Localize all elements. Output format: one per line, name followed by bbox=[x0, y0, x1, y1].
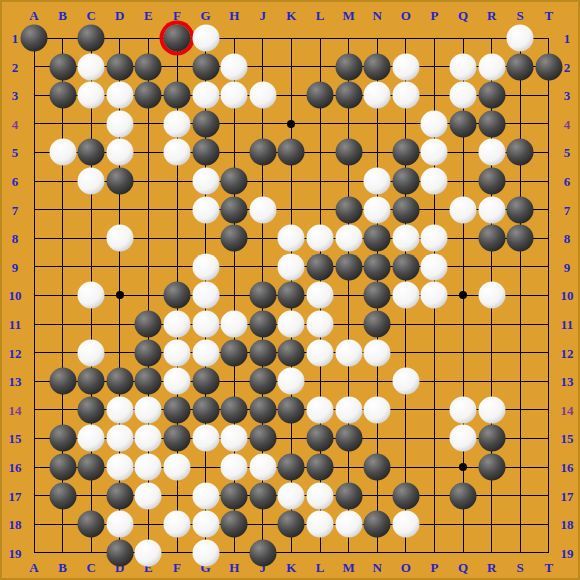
white-stone-P4[interactable] bbox=[421, 110, 448, 137]
black-stone-N10[interactable] bbox=[364, 282, 391, 309]
black-stone-H14[interactable] bbox=[221, 396, 248, 423]
white-stone-L10[interactable] bbox=[307, 282, 334, 309]
black-stone-E11[interactable] bbox=[135, 311, 162, 338]
white-stone-N14[interactable] bbox=[364, 396, 391, 423]
column-label-top-F: F bbox=[173, 9, 181, 22]
column-label-bottom-F: F bbox=[173, 561, 181, 574]
white-stone-P5[interactable] bbox=[421, 139, 448, 166]
white-stone-G6[interactable] bbox=[192, 168, 219, 195]
column-label-top-T: T bbox=[544, 9, 553, 22]
white-stone-G15[interactable] bbox=[192, 425, 219, 452]
black-stone-B2[interactable] bbox=[49, 53, 76, 80]
column-label-top-Q: Q bbox=[458, 9, 468, 22]
white-stone-H2[interactable] bbox=[221, 53, 248, 80]
black-stone-S8[interactable] bbox=[507, 225, 534, 252]
white-stone-J7[interactable] bbox=[249, 196, 276, 223]
white-stone-E19[interactable] bbox=[135, 539, 162, 566]
row-label-left-3: 3 bbox=[12, 89, 19, 102]
white-stone-K17[interactable] bbox=[278, 482, 305, 509]
white-stone-K11[interactable] bbox=[278, 311, 305, 338]
white-stone-O3[interactable] bbox=[392, 82, 419, 109]
white-stone-K9[interactable] bbox=[278, 253, 305, 280]
row-label-right-13: 13 bbox=[561, 375, 574, 388]
white-stone-G18[interactable] bbox=[192, 511, 219, 538]
white-stone-Q2[interactable] bbox=[450, 53, 477, 80]
black-stone-J12[interactable] bbox=[249, 339, 276, 366]
black-stone-R8[interactable] bbox=[478, 225, 505, 252]
row-label-left-1: 1 bbox=[12, 32, 19, 45]
black-stone-R4[interactable] bbox=[478, 110, 505, 137]
black-stone-B3[interactable] bbox=[49, 82, 76, 109]
white-stone-D14[interactable] bbox=[106, 396, 133, 423]
white-stone-B5[interactable] bbox=[49, 139, 76, 166]
black-stone-J14[interactable] bbox=[249, 396, 276, 423]
white-stone-D15[interactable] bbox=[106, 425, 133, 452]
white-stone-H11[interactable] bbox=[221, 311, 248, 338]
grid-line-vertical bbox=[520, 38, 521, 554]
star-point-Q10 bbox=[459, 291, 467, 299]
black-stone-N2[interactable] bbox=[364, 53, 391, 80]
black-stone-S5[interactable] bbox=[507, 139, 534, 166]
white-stone-G3[interactable] bbox=[192, 82, 219, 109]
white-stone-L14[interactable] bbox=[307, 396, 334, 423]
black-stone-Q17[interactable] bbox=[450, 482, 477, 509]
row-label-right-2: 2 bbox=[564, 60, 571, 73]
black-stone-M7[interactable] bbox=[335, 196, 362, 223]
black-stone-C16[interactable] bbox=[78, 454, 105, 481]
black-stone-M15[interactable] bbox=[335, 425, 362, 452]
black-stone-N8[interactable] bbox=[364, 225, 391, 252]
white-stone-F5[interactable] bbox=[164, 139, 191, 166]
row-label-right-8: 8 bbox=[564, 232, 571, 245]
column-label-top-L: L bbox=[316, 9, 325, 22]
row-label-left-8: 8 bbox=[12, 232, 19, 245]
column-label-top-D: D bbox=[115, 9, 124, 22]
black-stone-D17[interactable] bbox=[106, 482, 133, 509]
black-stone-M5[interactable] bbox=[335, 139, 362, 166]
black-stone-M17[interactable] bbox=[335, 482, 362, 509]
white-stone-F12[interactable] bbox=[164, 339, 191, 366]
white-stone-R14[interactable] bbox=[478, 396, 505, 423]
white-stone-L18[interactable] bbox=[307, 511, 334, 538]
white-stone-L8[interactable] bbox=[307, 225, 334, 252]
white-stone-Q15[interactable] bbox=[450, 425, 477, 452]
white-stone-N3[interactable] bbox=[364, 82, 391, 109]
row-label-left-6: 6 bbox=[12, 175, 19, 188]
black-stone-G14[interactable] bbox=[192, 396, 219, 423]
column-label-bottom-P: P bbox=[430, 561, 438, 574]
white-stone-P10[interactable] bbox=[421, 282, 448, 309]
black-stone-F3[interactable] bbox=[164, 82, 191, 109]
white-stone-Q7[interactable] bbox=[450, 196, 477, 223]
row-label-left-9: 9 bbox=[12, 260, 19, 273]
star-point-D10 bbox=[116, 291, 124, 299]
white-stone-Q3[interactable] bbox=[450, 82, 477, 109]
white-stone-D4[interactable] bbox=[106, 110, 133, 137]
black-stone-K12[interactable] bbox=[278, 339, 305, 366]
white-stone-D18[interactable] bbox=[106, 511, 133, 538]
row-label-right-6: 6 bbox=[564, 175, 571, 188]
white-stone-P9[interactable] bbox=[421, 253, 448, 280]
black-stone-O5[interactable] bbox=[392, 139, 419, 166]
white-stone-G7[interactable] bbox=[192, 196, 219, 223]
black-stone-K10[interactable] bbox=[278, 282, 305, 309]
black-stone-H18[interactable] bbox=[221, 511, 248, 538]
black-stone-H12[interactable] bbox=[221, 339, 248, 366]
black-stone-K16[interactable] bbox=[278, 454, 305, 481]
star-point-Q16 bbox=[459, 463, 467, 471]
column-label-top-H: H bbox=[229, 9, 239, 22]
row-label-left-19: 19 bbox=[9, 546, 22, 559]
column-label-top-R: R bbox=[487, 9, 496, 22]
black-stone-B15[interactable] bbox=[49, 425, 76, 452]
grid-line-vertical bbox=[348, 38, 349, 554]
column-label-bottom-T: T bbox=[544, 561, 553, 574]
black-stone-H6[interactable] bbox=[221, 168, 248, 195]
row-label-right-18: 18 bbox=[561, 518, 574, 531]
black-stone-L16[interactable] bbox=[307, 454, 334, 481]
column-label-top-G: G bbox=[201, 9, 211, 22]
black-stone-T2[interactable] bbox=[535, 53, 562, 80]
row-label-left-2: 2 bbox=[12, 60, 19, 73]
black-stone-R3[interactable] bbox=[478, 82, 505, 109]
white-stone-E17[interactable] bbox=[135, 482, 162, 509]
white-stone-D5[interactable] bbox=[106, 139, 133, 166]
column-label-top-K: K bbox=[286, 9, 296, 22]
black-stone-D13[interactable] bbox=[106, 368, 133, 395]
row-label-right-3: 3 bbox=[564, 89, 571, 102]
black-stone-J15[interactable] bbox=[249, 425, 276, 452]
white-stone-O10[interactable] bbox=[392, 282, 419, 309]
white-stone-G17[interactable] bbox=[192, 482, 219, 509]
white-stone-D16[interactable] bbox=[106, 454, 133, 481]
column-label-bottom-S: S bbox=[517, 561, 524, 574]
black-stone-R16[interactable] bbox=[478, 454, 505, 481]
row-label-right-14: 14 bbox=[561, 403, 574, 416]
white-stone-O18[interactable] bbox=[392, 511, 419, 538]
white-stone-N7[interactable] bbox=[364, 196, 391, 223]
column-label-bottom-A: A bbox=[29, 561, 38, 574]
grid-line-vertical bbox=[548, 38, 549, 554]
column-label-bottom-L: L bbox=[316, 561, 325, 574]
black-stone-J11[interactable] bbox=[249, 311, 276, 338]
column-label-bottom-Q: Q bbox=[458, 561, 468, 574]
black-stone-E2[interactable] bbox=[135, 53, 162, 80]
row-label-left-18: 18 bbox=[9, 518, 22, 531]
column-label-bottom-R: R bbox=[487, 561, 496, 574]
white-stone-M8[interactable] bbox=[335, 225, 362, 252]
row-label-left-10: 10 bbox=[9, 289, 22, 302]
black-stone-D19[interactable] bbox=[106, 539, 133, 566]
row-label-right-19: 19 bbox=[561, 546, 574, 559]
white-stone-E16[interactable] bbox=[135, 454, 162, 481]
white-stone-E15[interactable] bbox=[135, 425, 162, 452]
row-label-left-14: 14 bbox=[9, 403, 22, 416]
star-point-K4 bbox=[287, 120, 295, 128]
white-stone-G1[interactable] bbox=[192, 25, 219, 52]
white-stone-J16[interactable] bbox=[249, 454, 276, 481]
white-stone-O8[interactable] bbox=[392, 225, 419, 252]
white-stone-F4[interactable] bbox=[164, 110, 191, 137]
black-stone-O17[interactable] bbox=[392, 482, 419, 509]
row-label-left-4: 4 bbox=[12, 117, 19, 130]
white-stone-H15[interactable] bbox=[221, 425, 248, 452]
black-stone-B17[interactable] bbox=[49, 482, 76, 509]
black-stone-K5[interactable] bbox=[278, 139, 305, 166]
row-label-left-13: 13 bbox=[9, 375, 22, 388]
white-stone-H16[interactable] bbox=[221, 454, 248, 481]
row-label-left-5: 5 bbox=[12, 146, 19, 159]
white-stone-C2[interactable] bbox=[78, 53, 105, 80]
black-stone-O7[interactable] bbox=[392, 196, 419, 223]
white-stone-D8[interactable] bbox=[106, 225, 133, 252]
black-stone-C13[interactable] bbox=[78, 368, 105, 395]
black-stone-L9[interactable] bbox=[307, 253, 334, 280]
black-stone-J13[interactable] bbox=[249, 368, 276, 395]
black-stone-K14[interactable] bbox=[278, 396, 305, 423]
black-stone-N11[interactable] bbox=[364, 311, 391, 338]
white-stone-Q14[interactable] bbox=[450, 396, 477, 423]
black-stone-Q4[interactable] bbox=[450, 110, 477, 137]
white-stone-L12[interactable] bbox=[307, 339, 334, 366]
black-stone-R6[interactable] bbox=[478, 168, 505, 195]
black-stone-M3[interactable] bbox=[335, 82, 362, 109]
white-stone-M18[interactable] bbox=[335, 511, 362, 538]
column-label-bottom-O: O bbox=[401, 561, 411, 574]
column-label-top-B: B bbox=[58, 9, 67, 22]
black-stone-E12[interactable] bbox=[135, 339, 162, 366]
black-stone-O9[interactable] bbox=[392, 253, 419, 280]
black-stone-H8[interactable] bbox=[221, 225, 248, 252]
white-stone-S1[interactable] bbox=[507, 25, 534, 52]
black-stone-M9[interactable] bbox=[335, 253, 362, 280]
column-label-bottom-K: K bbox=[286, 561, 296, 574]
white-stone-F13[interactable] bbox=[164, 368, 191, 395]
row-label-left-12: 12 bbox=[9, 346, 22, 359]
column-label-top-C: C bbox=[86, 9, 95, 22]
black-stone-N16[interactable] bbox=[364, 454, 391, 481]
white-stone-G9[interactable] bbox=[192, 253, 219, 280]
black-stone-E13[interactable] bbox=[135, 368, 162, 395]
row-label-right-15: 15 bbox=[561, 432, 574, 445]
white-stone-L17[interactable] bbox=[307, 482, 334, 509]
row-label-right-17: 17 bbox=[561, 489, 574, 502]
row-label-left-15: 15 bbox=[9, 432, 22, 445]
white-stone-F16[interactable] bbox=[164, 454, 191, 481]
column-label-bottom-B: B bbox=[58, 561, 67, 574]
black-stone-G4[interactable] bbox=[192, 110, 219, 137]
black-stone-B16[interactable] bbox=[49, 454, 76, 481]
column-label-bottom-C: C bbox=[86, 561, 95, 574]
black-stone-H17[interactable] bbox=[221, 482, 248, 509]
white-stone-L11[interactable] bbox=[307, 311, 334, 338]
row-label-right-1: 1 bbox=[564, 32, 571, 45]
white-stone-F11[interactable] bbox=[164, 311, 191, 338]
white-stone-D3[interactable] bbox=[106, 82, 133, 109]
go-board-screenshot: ABCDEFGHJKLMNOPQRST ABCDEFGHJKLMNOPQRST … bbox=[0, 0, 580, 580]
black-stone-F1-red-circle-marker[interactable] bbox=[164, 25, 191, 52]
black-stone-N18[interactable] bbox=[364, 511, 391, 538]
white-stone-P8[interactable] bbox=[421, 225, 448, 252]
black-stone-G5[interactable] bbox=[192, 139, 219, 166]
white-stone-G11[interactable] bbox=[192, 311, 219, 338]
black-stone-D2[interactable] bbox=[106, 53, 133, 80]
row-label-left-17: 17 bbox=[9, 489, 22, 502]
black-stone-S2[interactable] bbox=[507, 53, 534, 80]
black-stone-E3[interactable] bbox=[135, 82, 162, 109]
black-stone-K18[interactable] bbox=[278, 511, 305, 538]
black-stone-J17[interactable] bbox=[249, 482, 276, 509]
black-stone-L15[interactable] bbox=[307, 425, 334, 452]
black-stone-J10[interactable] bbox=[249, 282, 276, 309]
column-label-top-P: P bbox=[430, 9, 438, 22]
row-label-right-16: 16 bbox=[561, 461, 574, 474]
white-stone-G12[interactable] bbox=[192, 339, 219, 366]
black-stone-F15[interactable] bbox=[164, 425, 191, 452]
column-label-top-E: E bbox=[144, 9, 153, 22]
white-stone-F18[interactable] bbox=[164, 511, 191, 538]
row-label-left-11: 11 bbox=[9, 318, 21, 331]
white-stone-N12[interactable] bbox=[364, 339, 391, 366]
black-stone-F14[interactable] bbox=[164, 396, 191, 423]
white-stone-R2[interactable] bbox=[478, 53, 505, 80]
white-stone-M12[interactable] bbox=[335, 339, 362, 366]
white-stone-K13[interactable] bbox=[278, 368, 305, 395]
black-stone-C1[interactable] bbox=[78, 25, 105, 52]
white-stone-G10[interactable] bbox=[192, 282, 219, 309]
row-label-left-7: 7 bbox=[12, 203, 19, 216]
black-stone-C5[interactable] bbox=[78, 139, 105, 166]
white-stone-H3[interactable] bbox=[221, 82, 248, 109]
white-stone-O2[interactable] bbox=[392, 53, 419, 80]
white-stone-K8[interactable] bbox=[278, 225, 305, 252]
column-label-bottom-M: M bbox=[342, 561, 354, 574]
white-stone-R5[interactable] bbox=[478, 139, 505, 166]
column-label-top-M: M bbox=[342, 9, 354, 22]
black-stone-D6[interactable] bbox=[106, 168, 133, 195]
column-label-bottom-H: H bbox=[229, 561, 239, 574]
white-stone-O13[interactable] bbox=[392, 368, 419, 395]
white-stone-R10[interactable] bbox=[478, 282, 505, 309]
black-stone-J5[interactable] bbox=[249, 139, 276, 166]
black-stone-R15[interactable] bbox=[478, 425, 505, 452]
white-stone-G19[interactable] bbox=[192, 539, 219, 566]
white-stone-N6[interactable] bbox=[364, 168, 391, 195]
white-stone-C6[interactable] bbox=[78, 168, 105, 195]
black-stone-O6[interactable] bbox=[392, 168, 419, 195]
black-stone-B13[interactable] bbox=[49, 368, 76, 395]
column-label-top-J: J bbox=[260, 9, 267, 22]
black-stone-N9[interactable] bbox=[364, 253, 391, 280]
column-label-top-S: S bbox=[517, 9, 524, 22]
white-stone-C3[interactable] bbox=[78, 82, 105, 109]
row-label-right-7: 7 bbox=[564, 203, 571, 216]
white-stone-M14[interactable] bbox=[335, 396, 362, 423]
black-stone-L3[interactable] bbox=[307, 82, 334, 109]
black-stone-G13[interactable] bbox=[192, 368, 219, 395]
column-label-top-N: N bbox=[372, 9, 381, 22]
black-stone-H7[interactable] bbox=[221, 196, 248, 223]
black-stone-C14[interactable] bbox=[78, 396, 105, 423]
white-stone-E14[interactable] bbox=[135, 396, 162, 423]
column-label-top-A: A bbox=[29, 9, 38, 22]
black-stone-S7[interactable] bbox=[507, 196, 534, 223]
black-stone-M2[interactable] bbox=[335, 53, 362, 80]
white-stone-P6[interactable] bbox=[421, 168, 448, 195]
black-stone-J19[interactable] bbox=[249, 539, 276, 566]
row-label-right-11: 11 bbox=[561, 318, 573, 331]
row-label-right-10: 10 bbox=[561, 289, 574, 302]
white-stone-J3[interactable] bbox=[249, 82, 276, 109]
black-stone-C18[interactable] bbox=[78, 511, 105, 538]
white-stone-C15[interactable] bbox=[78, 425, 105, 452]
black-stone-G2[interactable] bbox=[192, 53, 219, 80]
white-stone-R7[interactable] bbox=[478, 196, 505, 223]
black-stone-A1[interactable] bbox=[21, 25, 48, 52]
white-stone-C10[interactable] bbox=[78, 282, 105, 309]
black-stone-F10[interactable] bbox=[164, 282, 191, 309]
column-label-bottom-N: N bbox=[372, 561, 381, 574]
row-label-right-4: 4 bbox=[564, 117, 571, 130]
row-label-right-5: 5 bbox=[564, 146, 571, 159]
white-stone-C12[interactable] bbox=[78, 339, 105, 366]
row-label-left-16: 16 bbox=[9, 461, 22, 474]
column-label-top-O: O bbox=[401, 9, 411, 22]
row-label-right-12: 12 bbox=[561, 346, 574, 359]
row-label-right-9: 9 bbox=[564, 260, 571, 273]
